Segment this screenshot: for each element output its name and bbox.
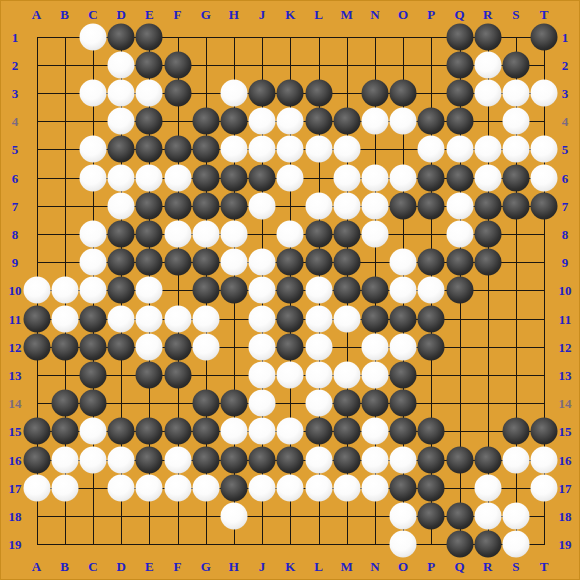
row-label-right: 14 bbox=[559, 397, 572, 410]
stone-black[interactable] bbox=[79, 390, 106, 417]
stone-white[interactable] bbox=[220, 249, 247, 276]
stone-black[interactable] bbox=[390, 192, 417, 219]
stone-white[interactable] bbox=[305, 305, 332, 332]
row-label-left: 1 bbox=[12, 30, 19, 43]
row-label-left: 19 bbox=[9, 538, 22, 551]
stone-white[interactable] bbox=[502, 136, 529, 163]
stone-black[interactable] bbox=[446, 446, 473, 473]
stone-white[interactable] bbox=[249, 333, 276, 360]
stone-white[interactable] bbox=[164, 305, 191, 332]
stone-white[interactable] bbox=[51, 474, 78, 501]
row-label-right: 7 bbox=[562, 199, 569, 212]
stone-white[interactable] bbox=[249, 418, 276, 445]
col-label-top: G bbox=[201, 8, 211, 21]
col-label-top: T bbox=[540, 8, 549, 21]
stone-black[interactable] bbox=[531, 192, 558, 219]
stone-black[interactable] bbox=[192, 390, 219, 417]
row-label-left: 14 bbox=[9, 397, 22, 410]
stone-white[interactable] bbox=[361, 446, 388, 473]
stone-white[interactable] bbox=[361, 220, 388, 247]
stone-black[interactable] bbox=[220, 474, 247, 501]
stone-black[interactable] bbox=[108, 277, 135, 304]
stone-black[interactable] bbox=[277, 305, 304, 332]
stone-black[interactable] bbox=[277, 333, 304, 360]
stone-black[interactable] bbox=[418, 164, 445, 191]
stone-black[interactable] bbox=[446, 249, 473, 276]
stone-black[interactable] bbox=[390, 390, 417, 417]
stone-white[interactable] bbox=[79, 164, 106, 191]
stone-white[interactable] bbox=[136, 474, 163, 501]
stone-white[interactable] bbox=[79, 446, 106, 473]
stone-white[interactable] bbox=[390, 164, 417, 191]
stone-black[interactable] bbox=[79, 305, 106, 332]
stone-black[interactable] bbox=[192, 277, 219, 304]
stone-white[interactable] bbox=[305, 446, 332, 473]
col-label-bottom: Q bbox=[454, 560, 464, 573]
stone-white[interactable] bbox=[277, 220, 304, 247]
stone-white[interactable] bbox=[108, 108, 135, 135]
stone-white[interactable] bbox=[333, 164, 360, 191]
stone-white[interactable] bbox=[474, 474, 501, 501]
stone-white[interactable] bbox=[51, 305, 78, 332]
col-label-bottom: H bbox=[229, 560, 239, 573]
stone-black[interactable] bbox=[333, 446, 360, 473]
stone-black[interactable] bbox=[51, 418, 78, 445]
stone-black[interactable] bbox=[277, 249, 304, 276]
row-label-left: 10 bbox=[9, 284, 22, 297]
stone-black[interactable] bbox=[220, 192, 247, 219]
stone-black[interactable] bbox=[446, 502, 473, 529]
row-label-left: 6 bbox=[12, 171, 19, 184]
stone-black[interactable] bbox=[164, 249, 191, 276]
stone-black[interactable] bbox=[474, 446, 501, 473]
stone-black[interactable] bbox=[446, 108, 473, 135]
row-label-left: 4 bbox=[12, 115, 19, 128]
stone-black[interactable] bbox=[418, 502, 445, 529]
stone-black[interactable] bbox=[305, 418, 332, 445]
stone-white[interactable] bbox=[79, 136, 106, 163]
stone-black[interactable] bbox=[220, 108, 247, 135]
stone-white[interactable] bbox=[502, 502, 529, 529]
stone-white[interactable] bbox=[79, 79, 106, 106]
col-label-bottom: G bbox=[201, 560, 211, 573]
stone-white[interactable] bbox=[361, 474, 388, 501]
stone-white[interactable] bbox=[249, 390, 276, 417]
stone-black[interactable] bbox=[531, 23, 558, 50]
stone-black[interactable] bbox=[502, 418, 529, 445]
col-label-bottom: J bbox=[259, 560, 266, 573]
col-label-bottom: O bbox=[398, 560, 408, 573]
col-label-top: B bbox=[60, 8, 69, 21]
stone-black[interactable] bbox=[108, 418, 135, 445]
stone-black[interactable] bbox=[474, 531, 501, 558]
row-label-right: 16 bbox=[559, 453, 572, 466]
stone-black[interactable] bbox=[192, 164, 219, 191]
stone-black[interactable] bbox=[305, 108, 332, 135]
stone-white[interactable] bbox=[361, 361, 388, 388]
stone-black[interactable] bbox=[79, 361, 106, 388]
stone-black[interactable] bbox=[446, 51, 473, 78]
stone-black[interactable] bbox=[164, 418, 191, 445]
stone-white[interactable] bbox=[361, 164, 388, 191]
stone-black[interactable] bbox=[474, 220, 501, 247]
stone-black[interactable] bbox=[418, 474, 445, 501]
col-label-top: S bbox=[512, 8, 519, 21]
col-label-top: Q bbox=[454, 8, 464, 21]
stone-black[interactable] bbox=[136, 108, 163, 135]
stone-white[interactable] bbox=[108, 474, 135, 501]
stone-white[interactable] bbox=[390, 249, 417, 276]
stone-black[interactable] bbox=[361, 79, 388, 106]
stone-white[interactable] bbox=[164, 446, 191, 473]
stone-white[interactable] bbox=[249, 305, 276, 332]
stone-black[interactable] bbox=[333, 418, 360, 445]
stone-black[interactable] bbox=[418, 418, 445, 445]
stone-black[interactable] bbox=[136, 446, 163, 473]
stone-white[interactable] bbox=[108, 446, 135, 473]
stone-white[interactable] bbox=[474, 164, 501, 191]
stone-black[interactable] bbox=[136, 51, 163, 78]
stone-white[interactable] bbox=[79, 277, 106, 304]
col-label-bottom: M bbox=[341, 560, 353, 573]
stone-white[interactable] bbox=[446, 220, 473, 247]
stone-white[interactable] bbox=[361, 108, 388, 135]
col-label-bottom: R bbox=[483, 560, 492, 573]
col-label-top: M bbox=[341, 8, 353, 21]
stone-white[interactable] bbox=[192, 333, 219, 360]
stone-black[interactable] bbox=[136, 23, 163, 50]
row-label-right: 11 bbox=[559, 312, 571, 325]
stone-white[interactable] bbox=[136, 79, 163, 106]
col-label-top: K bbox=[285, 8, 295, 21]
col-label-bottom: S bbox=[512, 560, 519, 573]
stone-black[interactable] bbox=[136, 418, 163, 445]
stone-black[interactable] bbox=[333, 220, 360, 247]
stone-white[interactable] bbox=[136, 305, 163, 332]
stone-white[interactable] bbox=[220, 136, 247, 163]
stone-black[interactable] bbox=[418, 108, 445, 135]
stone-white[interactable] bbox=[249, 136, 276, 163]
stone-white[interactable] bbox=[333, 136, 360, 163]
stone-white[interactable] bbox=[390, 446, 417, 473]
row-label-left: 8 bbox=[12, 227, 19, 240]
stone-black[interactable] bbox=[390, 79, 417, 106]
stone-white[interactable] bbox=[333, 474, 360, 501]
stone-white[interactable] bbox=[136, 333, 163, 360]
stone-white[interactable] bbox=[474, 136, 501, 163]
stone-white[interactable] bbox=[192, 305, 219, 332]
stone-black[interactable] bbox=[418, 446, 445, 473]
stone-white[interactable] bbox=[390, 502, 417, 529]
stone-white[interactable] bbox=[136, 164, 163, 191]
stone-black[interactable] bbox=[164, 192, 191, 219]
stone-white[interactable] bbox=[249, 474, 276, 501]
stone-white[interactable] bbox=[23, 277, 50, 304]
col-label-bottom: D bbox=[116, 560, 125, 573]
stone-black[interactable] bbox=[305, 220, 332, 247]
stone-white[interactable] bbox=[277, 418, 304, 445]
stone-white[interactable] bbox=[164, 164, 191, 191]
stone-black[interactable] bbox=[418, 305, 445, 332]
stone-black[interactable] bbox=[390, 305, 417, 332]
col-label-top: E bbox=[145, 8, 154, 21]
stone-black[interactable] bbox=[192, 136, 219, 163]
stone-black[interactable] bbox=[136, 249, 163, 276]
stone-black[interactable] bbox=[220, 277, 247, 304]
stone-white[interactable] bbox=[502, 108, 529, 135]
col-label-bottom: A bbox=[32, 560, 41, 573]
stone-black[interactable] bbox=[333, 249, 360, 276]
stone-white[interactable] bbox=[108, 79, 135, 106]
row-label-right: 13 bbox=[559, 368, 572, 381]
row-label-left: 2 bbox=[12, 58, 19, 71]
col-label-top: J bbox=[259, 8, 266, 21]
stone-white[interactable] bbox=[531, 164, 558, 191]
stone-black[interactable] bbox=[249, 446, 276, 473]
stone-white[interactable] bbox=[192, 474, 219, 501]
row-label-right: 8 bbox=[562, 227, 569, 240]
stone-white[interactable] bbox=[305, 192, 332, 219]
stone-white[interactable] bbox=[79, 249, 106, 276]
stone-black[interactable] bbox=[164, 333, 191, 360]
stone-black[interactable] bbox=[192, 446, 219, 473]
row-label-left: 5 bbox=[12, 143, 19, 156]
stone-white[interactable] bbox=[164, 474, 191, 501]
stone-black[interactable] bbox=[108, 249, 135, 276]
stone-white[interactable] bbox=[305, 361, 332, 388]
stone-white[interactable] bbox=[390, 277, 417, 304]
stone-white[interactable] bbox=[79, 220, 106, 247]
col-label-bottom: B bbox=[60, 560, 69, 573]
row-label-right: 3 bbox=[562, 86, 569, 99]
stone-white[interactable] bbox=[277, 136, 304, 163]
stone-white[interactable] bbox=[502, 531, 529, 558]
stone-black[interactable] bbox=[136, 361, 163, 388]
stone-black[interactable] bbox=[474, 23, 501, 50]
stone-white[interactable] bbox=[249, 108, 276, 135]
stone-black[interactable] bbox=[51, 390, 78, 417]
row-label-left: 12 bbox=[9, 340, 22, 353]
row-label-right: 5 bbox=[562, 143, 569, 156]
stone-white[interactable] bbox=[333, 305, 360, 332]
stone-white[interactable] bbox=[249, 277, 276, 304]
stone-black[interactable] bbox=[390, 474, 417, 501]
stone-white[interactable] bbox=[79, 418, 106, 445]
stone-white[interactable] bbox=[333, 361, 360, 388]
stone-black[interactable] bbox=[192, 418, 219, 445]
stone-black[interactable] bbox=[164, 361, 191, 388]
col-label-top: A bbox=[32, 8, 41, 21]
stone-white[interactable] bbox=[418, 277, 445, 304]
stone-black[interactable] bbox=[474, 249, 501, 276]
stone-black[interactable] bbox=[502, 164, 529, 191]
stone-black[interactable] bbox=[446, 23, 473, 50]
col-label-top: H bbox=[229, 8, 239, 21]
col-label-bottom: N bbox=[370, 560, 379, 573]
stone-black[interactable] bbox=[136, 192, 163, 219]
stone-black[interactable] bbox=[249, 164, 276, 191]
stone-black[interactable] bbox=[23, 333, 50, 360]
stone-white[interactable] bbox=[108, 51, 135, 78]
stone-white[interactable] bbox=[249, 249, 276, 276]
stone-black[interactable] bbox=[418, 333, 445, 360]
stone-black[interactable] bbox=[79, 333, 106, 360]
col-label-top: D bbox=[116, 8, 125, 21]
stone-white[interactable] bbox=[220, 502, 247, 529]
row-label-left: 18 bbox=[9, 509, 22, 522]
stone-white[interactable] bbox=[305, 333, 332, 360]
stone-white[interactable] bbox=[220, 79, 247, 106]
stone-white[interactable] bbox=[446, 136, 473, 163]
stone-white[interactable] bbox=[446, 192, 473, 219]
stone-white[interactable] bbox=[220, 418, 247, 445]
stone-black[interactable] bbox=[108, 333, 135, 360]
row-label-left: 13 bbox=[9, 368, 22, 381]
stone-white[interactable] bbox=[305, 277, 332, 304]
stone-white[interactable] bbox=[192, 220, 219, 247]
stone-white[interactable] bbox=[277, 164, 304, 191]
stone-black[interactable] bbox=[418, 249, 445, 276]
stone-white[interactable] bbox=[108, 305, 135, 332]
stone-white[interactable] bbox=[390, 333, 417, 360]
stone-black[interactable] bbox=[333, 390, 360, 417]
row-label-left: 3 bbox=[12, 86, 19, 99]
row-label-left: 11 bbox=[9, 312, 21, 325]
stone-black[interactable] bbox=[220, 164, 247, 191]
stone-black[interactable] bbox=[502, 51, 529, 78]
col-label-bottom: F bbox=[174, 560, 182, 573]
stone-white[interactable] bbox=[390, 108, 417, 135]
stone-white[interactable] bbox=[277, 361, 304, 388]
stone-black[interactable] bbox=[305, 79, 332, 106]
col-label-top: L bbox=[314, 8, 323, 21]
stone-black[interactable] bbox=[277, 277, 304, 304]
row-label-left: 9 bbox=[12, 256, 19, 269]
stone-black[interactable] bbox=[108, 136, 135, 163]
stone-white[interactable] bbox=[474, 502, 501, 529]
stone-white[interactable] bbox=[108, 192, 135, 219]
stone-black[interactable] bbox=[23, 305, 50, 332]
stone-white[interactable] bbox=[277, 108, 304, 135]
stone-black[interactable] bbox=[277, 79, 304, 106]
stone-black[interactable] bbox=[164, 79, 191, 106]
row-label-right: 2 bbox=[562, 58, 569, 71]
stone-white[interactable] bbox=[23, 474, 50, 501]
stone-black[interactable] bbox=[446, 531, 473, 558]
stone-black[interactable] bbox=[164, 51, 191, 78]
stone-black[interactable] bbox=[220, 390, 247, 417]
row-label-right: 9 bbox=[562, 256, 569, 269]
stone-black[interactable] bbox=[249, 79, 276, 106]
stone-black[interactable] bbox=[446, 164, 473, 191]
stone-black[interactable] bbox=[418, 192, 445, 219]
stone-white[interactable] bbox=[249, 192, 276, 219]
stone-black[interactable] bbox=[390, 361, 417, 388]
stone-white[interactable] bbox=[249, 361, 276, 388]
stone-white[interactable] bbox=[531, 79, 558, 106]
col-label-bottom: C bbox=[88, 560, 97, 573]
row-label-left: 17 bbox=[9, 481, 22, 494]
stone-black[interactable] bbox=[192, 108, 219, 135]
stone-white[interactable] bbox=[79, 23, 106, 50]
col-label-top: P bbox=[427, 8, 435, 21]
stone-white[interactable] bbox=[390, 531, 417, 558]
stone-white[interactable] bbox=[531, 446, 558, 473]
stone-black[interactable] bbox=[51, 333, 78, 360]
stone-white[interactable] bbox=[108, 164, 135, 191]
stone-white[interactable] bbox=[531, 474, 558, 501]
stone-white[interactable] bbox=[418, 136, 445, 163]
stone-white[interactable] bbox=[333, 192, 360, 219]
stone-white[interactable] bbox=[305, 390, 332, 417]
col-label-bottom: L bbox=[314, 560, 323, 573]
stone-white[interactable] bbox=[361, 333, 388, 360]
stone-black[interactable] bbox=[390, 418, 417, 445]
row-label-right: 18 bbox=[559, 509, 572, 522]
stone-black[interactable] bbox=[446, 79, 473, 106]
stone-black[interactable] bbox=[361, 390, 388, 417]
stone-white[interactable] bbox=[361, 418, 388, 445]
stone-black[interactable] bbox=[136, 136, 163, 163]
row-label-right: 1 bbox=[562, 30, 569, 43]
col-label-bottom: K bbox=[285, 560, 295, 573]
stone-black[interactable] bbox=[164, 136, 191, 163]
row-label-left: 15 bbox=[9, 425, 22, 438]
stone-white[interactable] bbox=[305, 474, 332, 501]
row-label-right: 15 bbox=[559, 425, 572, 438]
stone-black[interactable] bbox=[474, 192, 501, 219]
go-board[interactable]: AABBCCDDEEFFGGHHJJKKLLMMNNOOPPQQRRSSTT11… bbox=[0, 0, 580, 580]
stone-white[interactable] bbox=[51, 277, 78, 304]
stone-black[interactable] bbox=[23, 446, 50, 473]
stone-black[interactable] bbox=[361, 305, 388, 332]
stone-white[interactable] bbox=[474, 51, 501, 78]
stone-black[interactable] bbox=[277, 446, 304, 473]
stone-white[interactable] bbox=[474, 79, 501, 106]
stone-black[interactable] bbox=[305, 249, 332, 276]
stone-black[interactable] bbox=[136, 220, 163, 247]
row-label-right: 12 bbox=[559, 340, 572, 353]
stone-black[interactable] bbox=[446, 277, 473, 304]
stone-black[interactable] bbox=[192, 249, 219, 276]
stone-black[interactable] bbox=[220, 446, 247, 473]
col-label-top: O bbox=[398, 8, 408, 21]
stone-black[interactable] bbox=[108, 220, 135, 247]
stone-black[interactable] bbox=[108, 23, 135, 50]
row-label-right: 17 bbox=[559, 481, 572, 494]
col-label-top: R bbox=[483, 8, 492, 21]
stone-black[interactable] bbox=[502, 192, 529, 219]
stone-black[interactable] bbox=[23, 418, 50, 445]
stone-black[interactable] bbox=[192, 192, 219, 219]
stone-white[interactable] bbox=[531, 136, 558, 163]
stone-white[interactable] bbox=[164, 220, 191, 247]
stone-white[interactable] bbox=[305, 136, 332, 163]
col-label-top: C bbox=[88, 8, 97, 21]
stone-white[interactable] bbox=[502, 79, 529, 106]
stone-white[interactable] bbox=[277, 474, 304, 501]
stone-black[interactable] bbox=[333, 277, 360, 304]
stone-white[interactable] bbox=[220, 220, 247, 247]
stone-black[interactable] bbox=[531, 418, 558, 445]
stone-white[interactable] bbox=[136, 277, 163, 304]
col-label-bottom: E bbox=[145, 560, 154, 573]
stone-white[interactable] bbox=[502, 446, 529, 473]
stone-black[interactable] bbox=[361, 277, 388, 304]
stone-white[interactable] bbox=[361, 192, 388, 219]
stone-black[interactable] bbox=[333, 108, 360, 135]
stone-white[interactable] bbox=[51, 446, 78, 473]
